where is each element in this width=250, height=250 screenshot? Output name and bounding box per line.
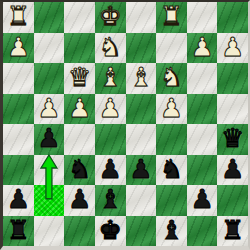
piece-white-rook[interactable]: ♜ [7,3,30,29]
square-b7[interactable]: ♟ [187,185,218,216]
square-h7[interactable]: ♟ [3,185,34,216]
square-g8[interactable] [34,216,65,247]
square-g6[interactable] [34,155,65,186]
square-b2[interactable]: ♟ [187,33,218,64]
square-h2[interactable]: ♟ [3,33,34,64]
square-g2[interactable] [34,33,65,64]
chess-app-window: ♜♚♜♟♞♟♟♛♝♝♞♟♟♟♟♟♛♞♟♟♞♟♟♟♝♟♜♚♝♜ [0,0,250,250]
piece-black-pawn[interactable]: ♟ [37,125,60,151]
square-a2[interactable]: ♟ [217,33,248,64]
square-c3[interactable]: ♞ [156,63,187,94]
piece-black-pawn[interactable]: ♟ [99,156,122,182]
square-e5[interactable] [95,124,126,155]
square-g7[interactable] [34,185,65,216]
square-d7[interactable] [126,185,157,216]
square-f1[interactable] [64,2,95,33]
piece-black-bishop[interactable]: ♝ [160,217,183,243]
piece-black-bishop[interactable]: ♝ [99,186,122,212]
square-b4[interactable] [187,94,218,125]
square-b3[interactable] [187,63,218,94]
square-h1[interactable]: ♜ [3,2,34,33]
square-b5[interactable] [187,124,218,155]
square-d8[interactable] [126,216,157,247]
piece-black-pawn[interactable]: ♟ [221,156,244,182]
square-c1[interactable]: ♜ [156,2,187,33]
piece-white-bishop[interactable]: ♝ [129,64,152,90]
square-f2[interactable] [64,33,95,64]
square-a8[interactable]: ♜ [217,216,248,247]
square-g4[interactable]: ♟ [34,94,65,125]
square-d6[interactable]: ♟ [126,155,157,186]
piece-black-rook[interactable]: ♜ [7,217,30,243]
piece-white-rook[interactable]: ♜ [160,3,183,29]
piece-black-pawn[interactable]: ♟ [7,186,30,212]
piece-white-pawn[interactable]: ♟ [37,95,60,121]
square-a1[interactable] [217,2,248,33]
square-b1[interactable] [187,2,218,33]
piece-white-pawn[interactable]: ♟ [99,95,122,121]
square-h3[interactable] [3,63,34,94]
chess-board: ♜♚♜♟♞♟♟♛♝♝♞♟♟♟♟♟♛♞♟♟♞♟♟♟♝♟♜♚♝♜ [3,2,248,246]
piece-black-king[interactable]: ♚ [99,217,122,243]
square-e1[interactable]: ♚ [95,2,126,33]
square-c6[interactable]: ♞ [156,155,187,186]
square-b8[interactable] [187,216,218,247]
square-d1[interactable] [126,2,157,33]
square-d3[interactable]: ♝ [126,63,157,94]
square-c7[interactable] [156,185,187,216]
piece-white-queen[interactable]: ♛ [68,64,91,90]
square-g5[interactable]: ♟ [34,124,65,155]
square-e7[interactable]: ♝ [95,185,126,216]
square-d5[interactable] [126,124,157,155]
square-c8[interactable]: ♝ [156,216,187,247]
piece-white-pawn[interactable]: ♟ [7,34,30,60]
square-e2[interactable]: ♞ [95,33,126,64]
square-c5[interactable] [156,124,187,155]
square-c2[interactable] [156,33,187,64]
square-b6[interactable] [187,155,218,186]
piece-white-pawn[interactable]: ♟ [221,34,244,60]
square-g1[interactable] [34,2,65,33]
piece-white-bishop[interactable]: ♝ [99,64,122,90]
square-f3[interactable]: ♛ [64,63,95,94]
square-e3[interactable]: ♝ [95,63,126,94]
piece-black-pawn[interactable]: ♟ [129,156,152,182]
piece-white-pawn[interactable]: ♟ [160,95,183,121]
square-f6[interactable]: ♞ [64,155,95,186]
square-f7[interactable]: ♟ [64,185,95,216]
square-g3[interactable] [34,63,65,94]
square-a3[interactable] [217,63,248,94]
square-e4[interactable]: ♟ [95,94,126,125]
square-f8[interactable] [64,216,95,247]
piece-black-rook[interactable]: ♜ [221,217,244,243]
square-h6[interactable] [3,155,34,186]
piece-black-pawn[interactable]: ♟ [68,186,91,212]
square-h5[interactable] [3,124,34,155]
piece-black-queen[interactable]: ♛ [221,125,244,151]
piece-black-pawn[interactable]: ♟ [190,186,213,212]
square-d2[interactable] [126,33,157,64]
square-d4[interactable] [126,94,157,125]
square-f5[interactable] [64,124,95,155]
square-a4[interactable] [217,94,248,125]
piece-black-knight[interactable]: ♞ [68,156,91,182]
square-a5[interactable]: ♛ [217,124,248,155]
piece-white-king[interactable]: ♚ [99,3,122,29]
square-h8[interactable]: ♜ [3,216,34,247]
piece-white-pawn[interactable]: ♟ [190,34,213,60]
piece-black-knight[interactable]: ♞ [160,156,183,182]
square-e6[interactable]: ♟ [95,155,126,186]
square-a6[interactable]: ♟ [217,155,248,186]
square-f4[interactable]: ♟ [64,94,95,125]
piece-white-pawn[interactable]: ♟ [68,95,91,121]
square-c4[interactable]: ♟ [156,94,187,125]
square-a7[interactable] [217,185,248,216]
piece-white-knight[interactable]: ♞ [99,34,122,60]
piece-white-knight[interactable]: ♞ [160,64,183,90]
square-e8[interactable]: ♚ [95,216,126,247]
square-h4[interactable] [3,94,34,125]
